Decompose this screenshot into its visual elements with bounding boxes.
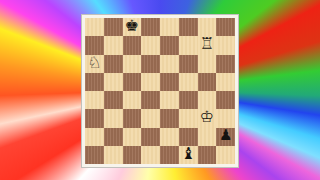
white-knight[interactable]: ♘ <box>87 55 101 71</box>
square-d8[interactable] <box>141 18 160 36</box>
square-a8[interactable] <box>85 18 104 36</box>
square-f6[interactable] <box>179 55 198 73</box>
square-f7[interactable] <box>179 36 198 54</box>
square-c4[interactable] <box>123 91 142 109</box>
square-c1[interactable] <box>123 146 142 164</box>
square-f5[interactable] <box>179 73 198 91</box>
square-d6[interactable] <box>141 55 160 73</box>
square-e3[interactable] <box>160 109 179 127</box>
square-d4[interactable] <box>141 91 160 109</box>
square-e7[interactable] <box>160 36 179 54</box>
square-a1[interactable] <box>85 146 104 164</box>
square-g7[interactable]: ♖ <box>198 36 217 54</box>
square-f8[interactable] <box>179 18 198 36</box>
square-g4[interactable] <box>198 91 217 109</box>
square-h2[interactable]: ♟ <box>216 128 235 146</box>
square-c5[interactable] <box>123 73 142 91</box>
square-a5[interactable] <box>85 73 104 91</box>
square-g1[interactable] <box>198 146 217 164</box>
square-b8[interactable] <box>104 18 123 36</box>
square-a2[interactable] <box>85 128 104 146</box>
square-h6[interactable] <box>216 55 235 73</box>
square-b4[interactable] <box>104 91 123 109</box>
square-g2[interactable] <box>198 128 217 146</box>
square-d1[interactable] <box>141 146 160 164</box>
square-b1[interactable] <box>104 146 123 164</box>
square-g8[interactable] <box>198 18 217 36</box>
square-a6[interactable]: ♘ <box>85 55 104 73</box>
square-c3[interactable] <box>123 109 142 127</box>
square-g5[interactable] <box>198 73 217 91</box>
square-h7[interactable] <box>216 36 235 54</box>
square-b3[interactable] <box>104 109 123 127</box>
square-d3[interactable] <box>141 109 160 127</box>
square-b5[interactable] <box>104 73 123 91</box>
square-d2[interactable] <box>141 128 160 146</box>
square-a7[interactable] <box>85 36 104 54</box>
chess-board: ♚♖♘♔♟♝ <box>85 18 235 164</box>
square-c7[interactable] <box>123 36 142 54</box>
square-h5[interactable] <box>216 73 235 91</box>
square-e5[interactable] <box>160 73 179 91</box>
square-b7[interactable] <box>104 36 123 54</box>
square-e4[interactable] <box>160 91 179 109</box>
screenshot-root: ♚♖♘♔♟♝ <box>0 0 320 180</box>
white-rook[interactable]: ♖ <box>200 36 214 52</box>
black-bishop[interactable]: ♝ <box>181 146 195 162</box>
square-c2[interactable] <box>123 128 142 146</box>
square-f3[interactable] <box>179 109 198 127</box>
square-a4[interactable] <box>85 91 104 109</box>
square-h8[interactable] <box>216 18 235 36</box>
square-e8[interactable] <box>160 18 179 36</box>
square-a3[interactable] <box>85 109 104 127</box>
square-g6[interactable] <box>198 55 217 73</box>
black-king[interactable]: ♚ <box>125 18 139 34</box>
square-e2[interactable] <box>160 128 179 146</box>
square-h1[interactable] <box>216 146 235 164</box>
square-d5[interactable] <box>141 73 160 91</box>
square-c8[interactable]: ♚ <box>123 18 142 36</box>
square-f1[interactable]: ♝ <box>179 146 198 164</box>
square-f4[interactable] <box>179 91 198 109</box>
square-h3[interactable] <box>216 109 235 127</box>
square-d7[interactable] <box>141 36 160 54</box>
black-pawn[interactable]: ♟ <box>219 128 232 143</box>
square-g3[interactable]: ♔ <box>198 109 217 127</box>
square-f2[interactable] <box>179 128 198 146</box>
square-c6[interactable] <box>123 55 142 73</box>
square-b6[interactable] <box>104 55 123 73</box>
white-king[interactable]: ♔ <box>200 109 214 125</box>
chess-board-frame: ♚♖♘♔♟♝ <box>81 14 239 168</box>
square-h4[interactable] <box>216 91 235 109</box>
square-e6[interactable] <box>160 55 179 73</box>
square-e1[interactable] <box>160 146 179 164</box>
square-b2[interactable] <box>104 128 123 146</box>
